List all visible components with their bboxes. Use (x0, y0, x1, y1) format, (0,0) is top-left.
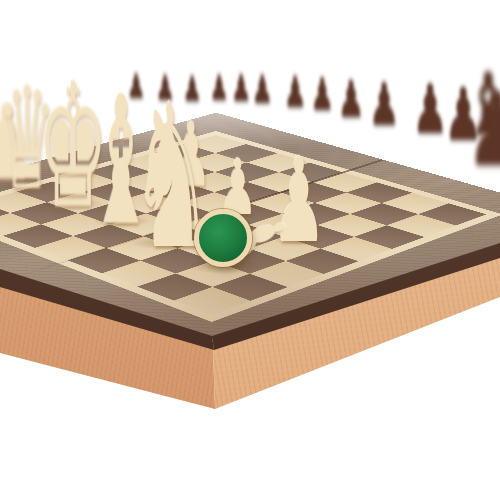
fallen-pawn-green-felt-base (194, 209, 252, 267)
black-pawn-11: ♟ (412, 76, 448, 143)
chess-set-product-photo: ♟♟♟♟♟♟♟♟♟♟♟♟♝♟♟♛♚♝♟♟♟♞♟ (0, 0, 500, 500)
black-pawn-8: ♟ (310, 72, 334, 116)
black-pawn-6: ♟ (251, 70, 272, 108)
black-pawn-7: ♟ (284, 71, 307, 113)
black-pawn-5: ♟ (231, 70, 251, 106)
black-pawn-10: ♟ (368, 75, 399, 133)
black-pawn-9: ♟ (338, 74, 365, 124)
black-piece-right-2: ♟ (466, 80, 500, 180)
